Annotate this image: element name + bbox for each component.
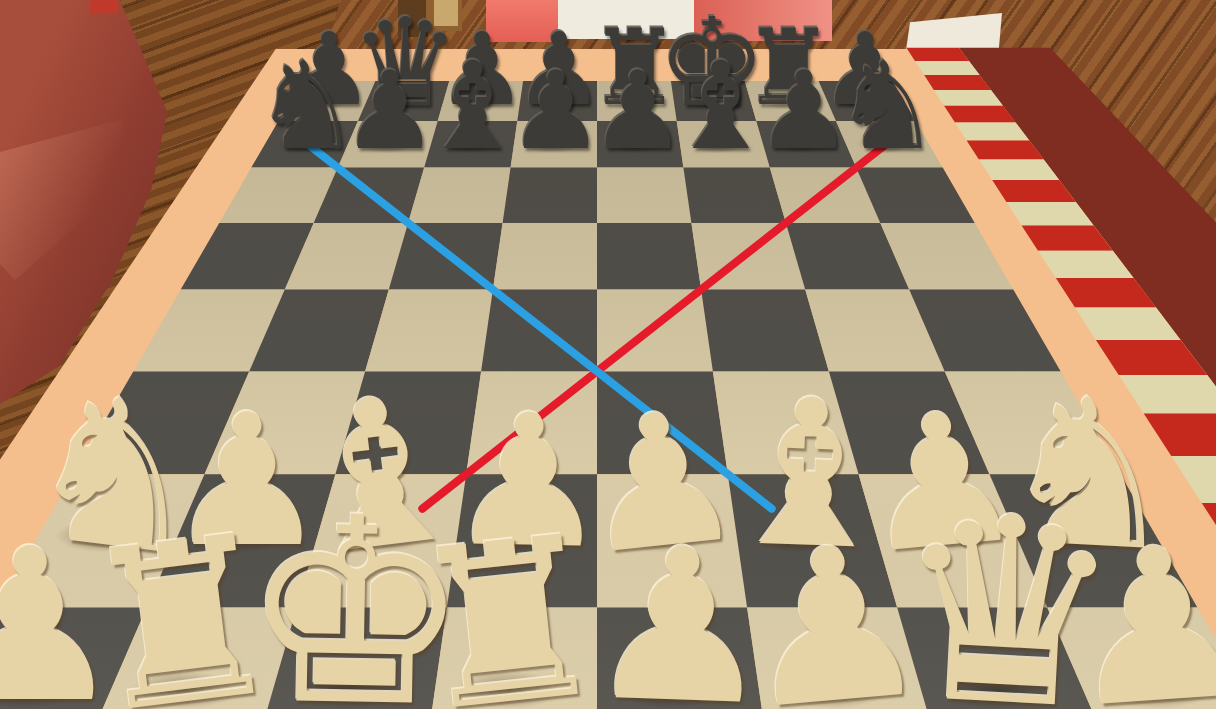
piece-white-pawn-h1[interactable]: ♟ (1057, 515, 1216, 709)
piece-black-knight-h7[interactable]: ♞ (833, 46, 941, 167)
game-screenshot: ♟♛♟♟♜♚♜♟♞♟♝♟♟♝♟♞♞♟♝♟♟♝♟♞♟♜♚♜♟♟♛♟ (0, 0, 1216, 709)
mat-checkered-trim (934, 90, 1003, 106)
